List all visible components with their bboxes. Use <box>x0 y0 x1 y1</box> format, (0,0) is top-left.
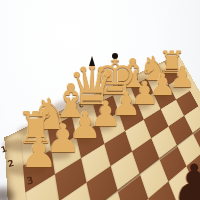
chess-photo-scene: abcdefgh ♜♞♝♛♚♝♞♜♟♟♟♟♟♟♟♟ 123 ♟ <box>0 0 200 200</box>
piece-white-pawn-a2[interactable]: ♟ <box>18 132 60 174</box>
black-cone-tip <box>89 56 95 66</box>
dark-piece-partial: ♟ <box>172 158 200 200</box>
